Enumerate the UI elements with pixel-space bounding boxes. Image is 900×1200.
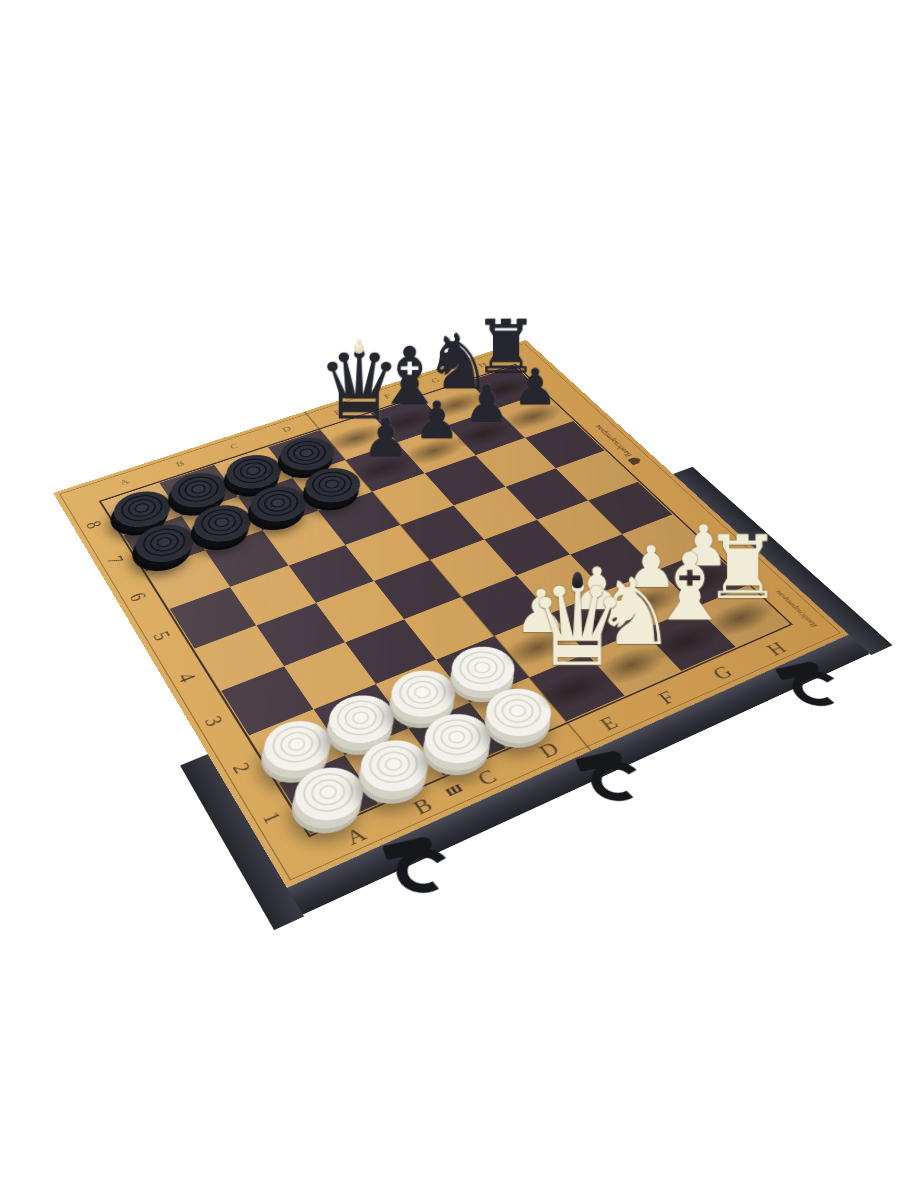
brand-crest-icon: [627, 456, 643, 465]
board-scene: ш Владспортпром Владспортпром A: [0, 0, 900, 1200]
rank-label-left-6: 6: [100, 575, 175, 620]
piece-white-queen-e1: ♛: [520, 564, 634, 687]
folding-chess-checkers-board: ш Владспортпром Владспортпром A: [53, 340, 849, 888]
rank-label-left-5: 5: [122, 613, 200, 660]
rank-label-left-4: 4: [147, 653, 227, 703]
queen-white-finial-icon: [353, 343, 363, 354]
product-photo-canvas: ш Владспортпром Владспортпром A: [0, 0, 900, 1200]
board-top-face: ш Владспортпром Владспортпром A: [53, 340, 849, 888]
clasp-hook-icon: [588, 759, 644, 805]
square-d5: [345, 525, 430, 581]
piece-black-pawn-e7: ♟: [337, 409, 434, 467]
rank-label-left-3: 3: [172, 695, 254, 748]
clasp-arm-icon: [382, 836, 434, 861]
rank-label-left-1: 1: [228, 788, 316, 848]
queen-black-finial-icon: [571, 571, 582, 587]
